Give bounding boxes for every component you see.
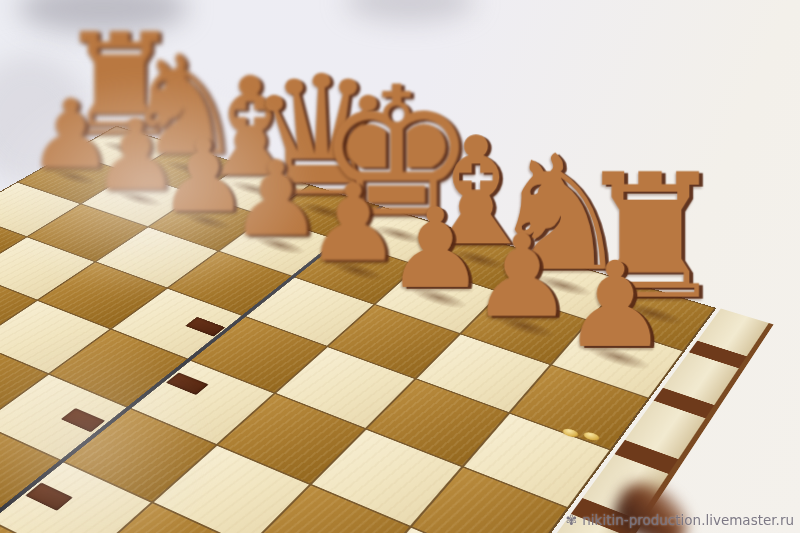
piece-pawn-g7[interactable]: ♟ <box>471 223 574 328</box>
livemaster-flower-icon: ✾ <box>566 513 578 527</box>
watermark-text: nikitin-production.livemaster.ru <box>582 512 794 528</box>
piece-pawn-h7[interactable]: ♟ <box>562 251 668 360</box>
background-blur-blob <box>345 0 475 22</box>
board-scene: ♜♞♝♛♚♝♞♜♟♟♟♟♟♟♟♟ <box>0 126 716 533</box>
watermark: ✾ nikitin-production.livemaster.ru <box>566 512 794 528</box>
photo-stage: ♜♞♝♛♚♝♞♜♟♟♟♟♟♟♟♟ ✾ nikitin-production.li… <box>0 0 800 533</box>
